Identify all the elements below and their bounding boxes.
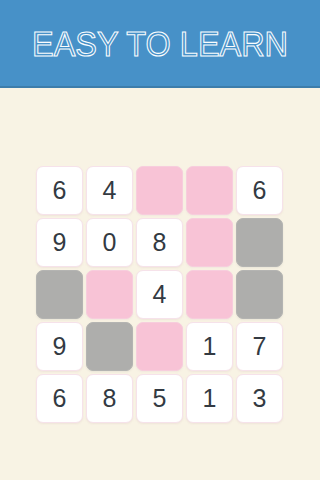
- tile-r2c3[interactable]: 8: [136, 218, 183, 267]
- tile-r2c1[interactable]: 9: [36, 218, 83, 267]
- tile-r5c3[interactable]: 5: [136, 374, 183, 423]
- tile-r2c4[interactable]: [186, 218, 233, 267]
- tile-r1c3[interactable]: [136, 166, 183, 215]
- tile-r5c2[interactable]: 8: [86, 374, 133, 423]
- tile-r5c4[interactable]: 1: [186, 374, 233, 423]
- tile-r5c5[interactable]: 3: [236, 374, 283, 423]
- tile-r4c1[interactable]: 9: [36, 322, 83, 371]
- tile-r1c5[interactable]: 6: [236, 166, 283, 215]
- tile-r1c1[interactable]: 6: [36, 166, 83, 215]
- tile-r4c5[interactable]: 7: [236, 322, 283, 371]
- tile-r3c4[interactable]: [186, 270, 233, 319]
- banner: EASY TO LEARN: [0, 0, 320, 88]
- board: 646908491768513: [36, 166, 283, 423]
- tile-r5c1[interactable]: 6: [36, 374, 83, 423]
- tile-r2c5[interactable]: [236, 218, 283, 267]
- tile-r2c2[interactable]: 0: [86, 218, 133, 267]
- tile-r4c3[interactable]: [136, 322, 183, 371]
- tile-r3c2[interactable]: [86, 270, 133, 319]
- banner-title-svg: EASY TO LEARN: [0, 0, 320, 86]
- tile-r3c1[interactable]: [36, 270, 83, 319]
- tile-r4c4[interactable]: 1: [186, 322, 233, 371]
- tile-r3c3[interactable]: 4: [136, 270, 183, 319]
- banner-title: EASY TO LEARN: [32, 24, 288, 63]
- tile-r1c4[interactable]: [186, 166, 233, 215]
- app-screen: EASY TO LEARN 646908491768513: [0, 0, 320, 480]
- tile-r1c2[interactable]: 4: [86, 166, 133, 215]
- tile-r3c5[interactable]: [236, 270, 283, 319]
- tile-r4c2[interactable]: [86, 322, 133, 371]
